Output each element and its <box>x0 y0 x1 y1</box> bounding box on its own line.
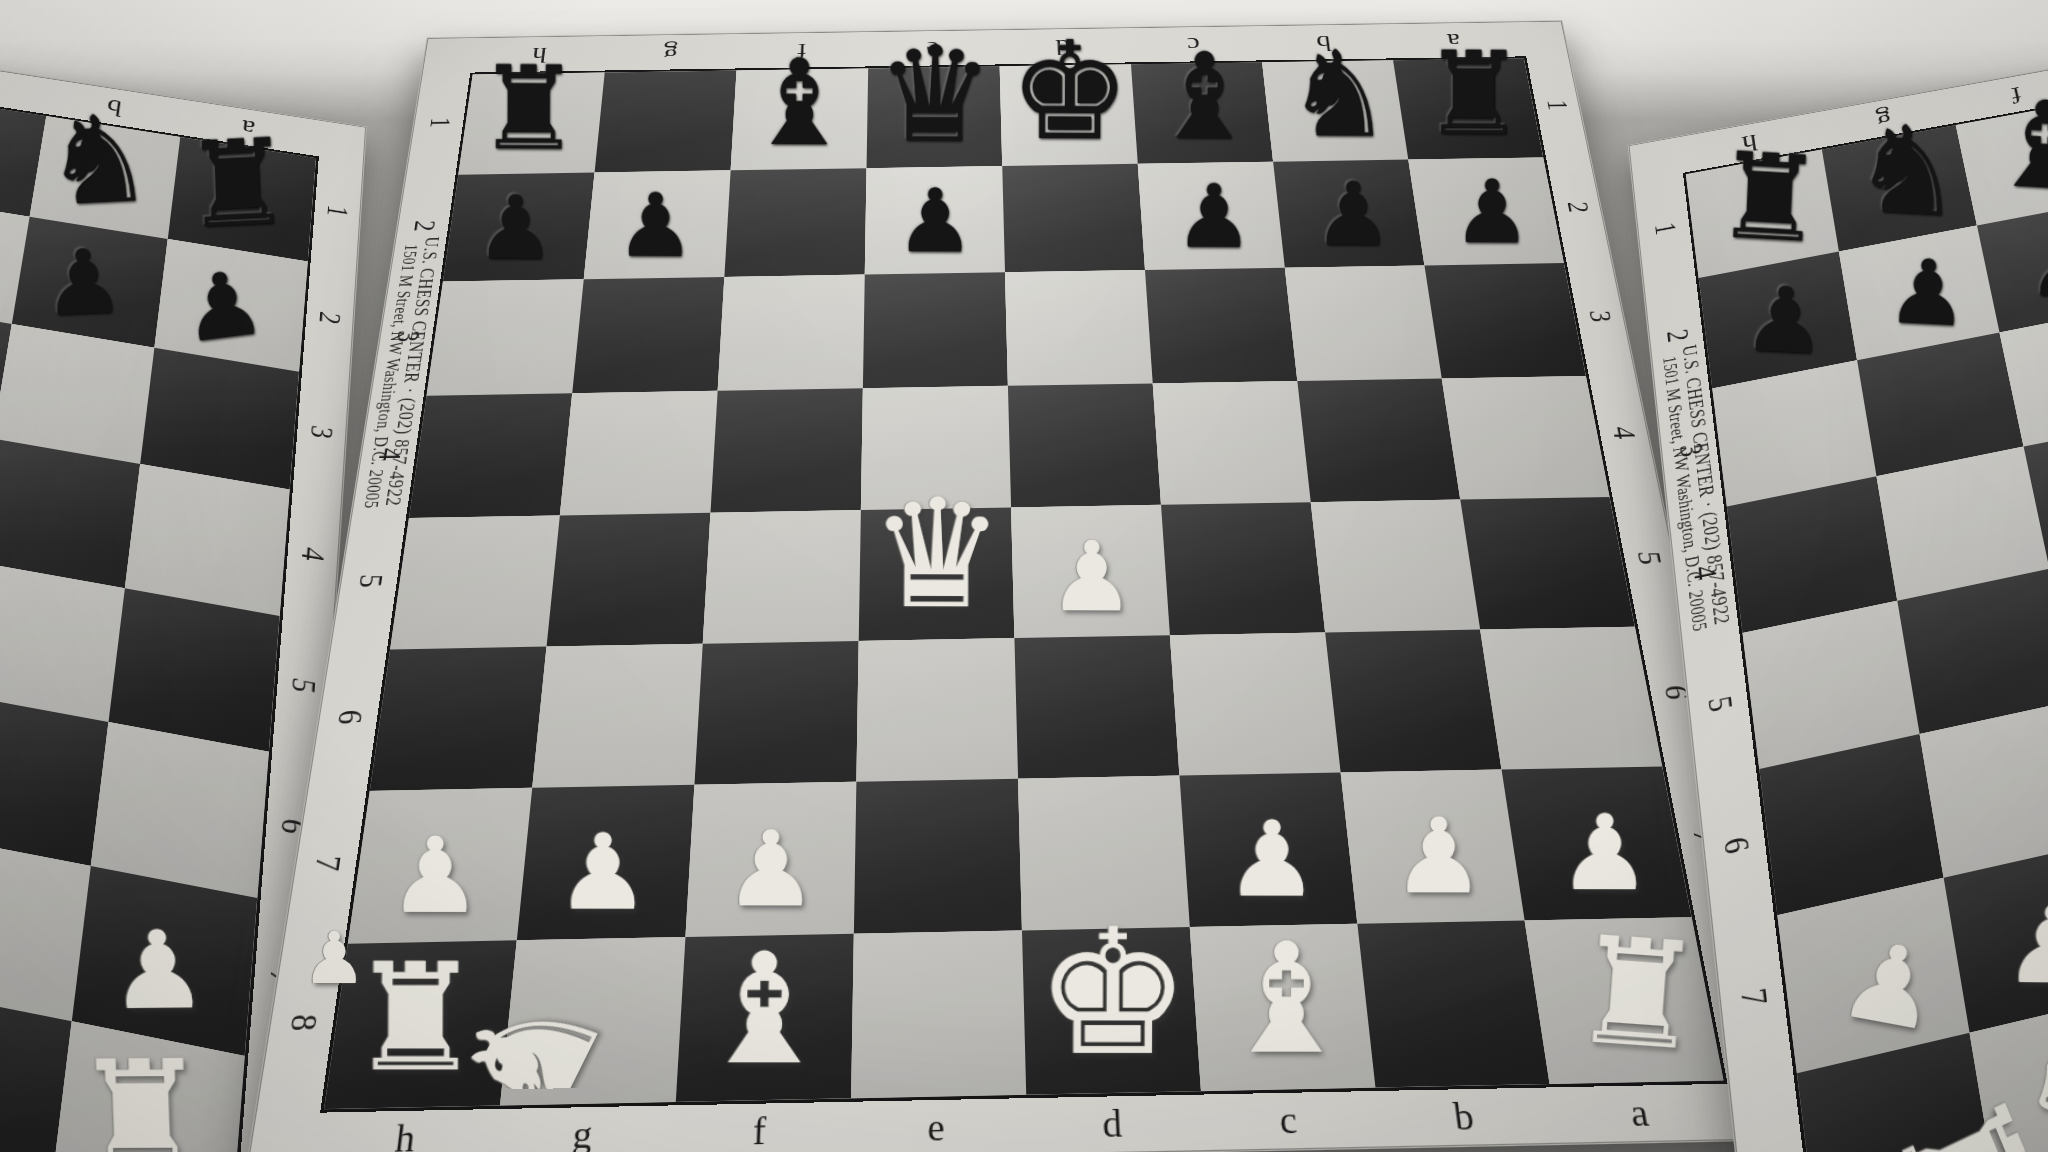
square-h3 <box>1480 627 1662 770</box>
rank-number: 2 <box>312 310 347 328</box>
square-a3 <box>370 647 547 791</box>
file-label-top: c <box>1127 29 1260 60</box>
rank-number: 4 <box>1685 562 1724 584</box>
square-g7 <box>12 217 168 348</box>
rank-number: 4 <box>1605 426 1643 440</box>
square-e4 <box>1011 505 1170 638</box>
file-label-top: h <box>472 39 607 70</box>
rank-number: 2 <box>1659 327 1695 346</box>
playing-grid: ♜♝♛♚♝♞♜♟♟♟♟♟♟♛♟♟♟♟♟♟♟♜♞♝♚♝♜ <box>320 56 1728 1112</box>
file-letter: a <box>240 114 257 140</box>
file-label-bottom: a <box>1548 1085 1732 1142</box>
rank-number: 5 <box>283 675 322 697</box>
rank-number: 6 <box>1715 833 1757 858</box>
file-letter: h <box>1740 129 1759 156</box>
rank-number: 2 <box>1560 202 1595 214</box>
square-d3 <box>856 638 1018 782</box>
square-g8 <box>1262 60 1408 161</box>
rank-number: 3 <box>303 423 340 442</box>
square-f4 <box>1161 502 1325 635</box>
rank-number: 4 <box>371 448 409 462</box>
square-h4 <box>108 588 279 751</box>
square-b3 <box>532 644 703 788</box>
file-label-top: d <box>997 31 1129 62</box>
square-f5 <box>1153 381 1311 505</box>
rank-number: 2 <box>407 220 442 232</box>
square-g1 <box>1357 921 1549 1088</box>
rank-number: 8 <box>281 1014 325 1033</box>
file-letter: g <box>1874 105 1894 132</box>
square-b8 <box>595 70 737 172</box>
file-label-bottom: e <box>848 1099 1026 1152</box>
square-b1 <box>500 937 685 1105</box>
chess-board-center: U.S. CHESS CENTER · (202) 857-49221501 M… <box>246 21 1796 1152</box>
file-letter: g <box>571 1113 595 1152</box>
file-letter: b <box>1314 30 1332 54</box>
rank-number: 5 <box>1629 551 1668 566</box>
file-letter: b <box>1451 1095 1477 1138</box>
rank-number: 3 <box>1582 310 1618 323</box>
square-h5 <box>1442 376 1610 500</box>
square-g4 <box>0 561 125 722</box>
square-g4 <box>1311 500 1480 633</box>
file-letter: d <box>1102 1102 1125 1145</box>
square-f6 <box>1145 268 1297 384</box>
square-e3 <box>1014 635 1179 778</box>
square-c4 <box>703 510 861 644</box>
rank-number: 3 <box>1672 441 1709 461</box>
square-e7 <box>1002 164 1145 272</box>
square-c8 <box>731 68 869 170</box>
rank-number: 5 <box>1700 693 1740 716</box>
file-label-top: a <box>1386 25 1521 56</box>
square-h5 <box>125 464 290 616</box>
square-h1 <box>1525 917 1724 1084</box>
file-label-bottom: h <box>313 1110 497 1152</box>
rank-label-right: 3 <box>294 371 348 497</box>
rank-number: 1 <box>1648 220 1683 238</box>
file-label-bottom: g <box>492 1107 673 1152</box>
square-g7 <box>1273 160 1424 268</box>
square-g6 <box>1285 265 1442 381</box>
file-letter: f <box>2008 81 2024 106</box>
square-d4 <box>859 507 1015 640</box>
file-letter: c <box>1278 1099 1300 1142</box>
rank-number: 1 <box>320 203 354 220</box>
square-g5 <box>0 439 140 589</box>
square-h7 <box>1408 157 1564 265</box>
rank-number: 4 <box>294 545 332 565</box>
rank-number: 7 <box>1732 985 1775 1012</box>
square-a1 <box>1797 1033 1998 1152</box>
square-a8 <box>458 72 604 174</box>
file-letter: e <box>927 1106 946 1149</box>
square-f8 <box>1131 62 1273 164</box>
file-letter: h <box>530 42 548 66</box>
square-h8 <box>1393 58 1543 159</box>
file-label-top: c <box>0 62 50 112</box>
square-e8 <box>1000 64 1138 166</box>
captured-white-pawn: ♟ <box>302 922 367 994</box>
file-letter: g <box>662 40 679 64</box>
rank-number: 6 <box>329 709 370 725</box>
rank-number: 1 <box>423 117 457 129</box>
square-a7 <box>443 172 595 281</box>
file-label-top: g <box>603 37 736 68</box>
square-h4 <box>1460 497 1635 630</box>
square-e1 <box>1022 927 1201 1095</box>
rank-label-right: 1 <box>312 157 362 267</box>
file-label-top: b <box>1257 27 1391 58</box>
square-c6 <box>718 275 865 391</box>
square-g6 <box>0 324 154 464</box>
square-d7 <box>865 166 1005 275</box>
file-label-bottom: f <box>670 1103 849 1152</box>
rank-number: 7 <box>306 856 348 874</box>
file-letter: c <box>1185 32 1201 56</box>
square-h1 <box>51 1021 245 1152</box>
square-g3 <box>0 693 108 866</box>
square-a4 <box>390 515 560 649</box>
rank-label-right: 4 <box>284 489 340 624</box>
square-a5 <box>409 393 572 518</box>
photo-scene: U.S. CHESS CENTER · (202) 857-49221501 M… <box>0 0 2048 1152</box>
file-label-bottom: b <box>1374 1089 1556 1146</box>
square-d1 <box>851 930 1026 1098</box>
file-label-top: e <box>867 33 998 64</box>
file-label-bottom: d <box>1024 1096 1203 1152</box>
file-letter: b <box>105 94 124 120</box>
square-f1 <box>1190 924 1376 1091</box>
square-d6 <box>863 272 1008 388</box>
square-d8 <box>867 66 1003 168</box>
file-letter: a <box>1627 1092 1653 1135</box>
square-h2 <box>72 866 257 1056</box>
rank-number: 3 <box>389 330 425 343</box>
square-e6 <box>1005 270 1153 386</box>
rank-number: 1 <box>1540 100 1574 111</box>
file-label-top: f <box>735 35 867 66</box>
square-f3 <box>1170 632 1341 775</box>
rank-label-right: 2 <box>303 261 355 379</box>
square-g3 <box>1325 630 1501 773</box>
file-letter: f <box>752 1110 768 1152</box>
square-a3 <box>1759 734 1943 915</box>
square-a6 <box>427 279 584 396</box>
square-h6 <box>1424 263 1585 378</box>
file-letter: h <box>393 1117 419 1152</box>
rank-number: 5 <box>351 574 390 589</box>
square-b5 <box>560 391 718 516</box>
square-b6 <box>572 277 724 393</box>
file-letter: d <box>1055 34 1071 58</box>
file-letter: f <box>796 38 807 62</box>
square-c5 <box>710 388 862 512</box>
file-label-bottom: c <box>1199 1092 1380 1149</box>
square-b4 <box>547 513 711 647</box>
square-c7 <box>724 168 866 277</box>
square-e2 <box>1018 776 1190 931</box>
square-b7 <box>584 170 731 279</box>
file-letter: a <box>1445 28 1463 52</box>
square-c1 <box>676 934 854 1102</box>
file-letter: e <box>925 36 939 60</box>
square-c3 <box>694 641 858 785</box>
